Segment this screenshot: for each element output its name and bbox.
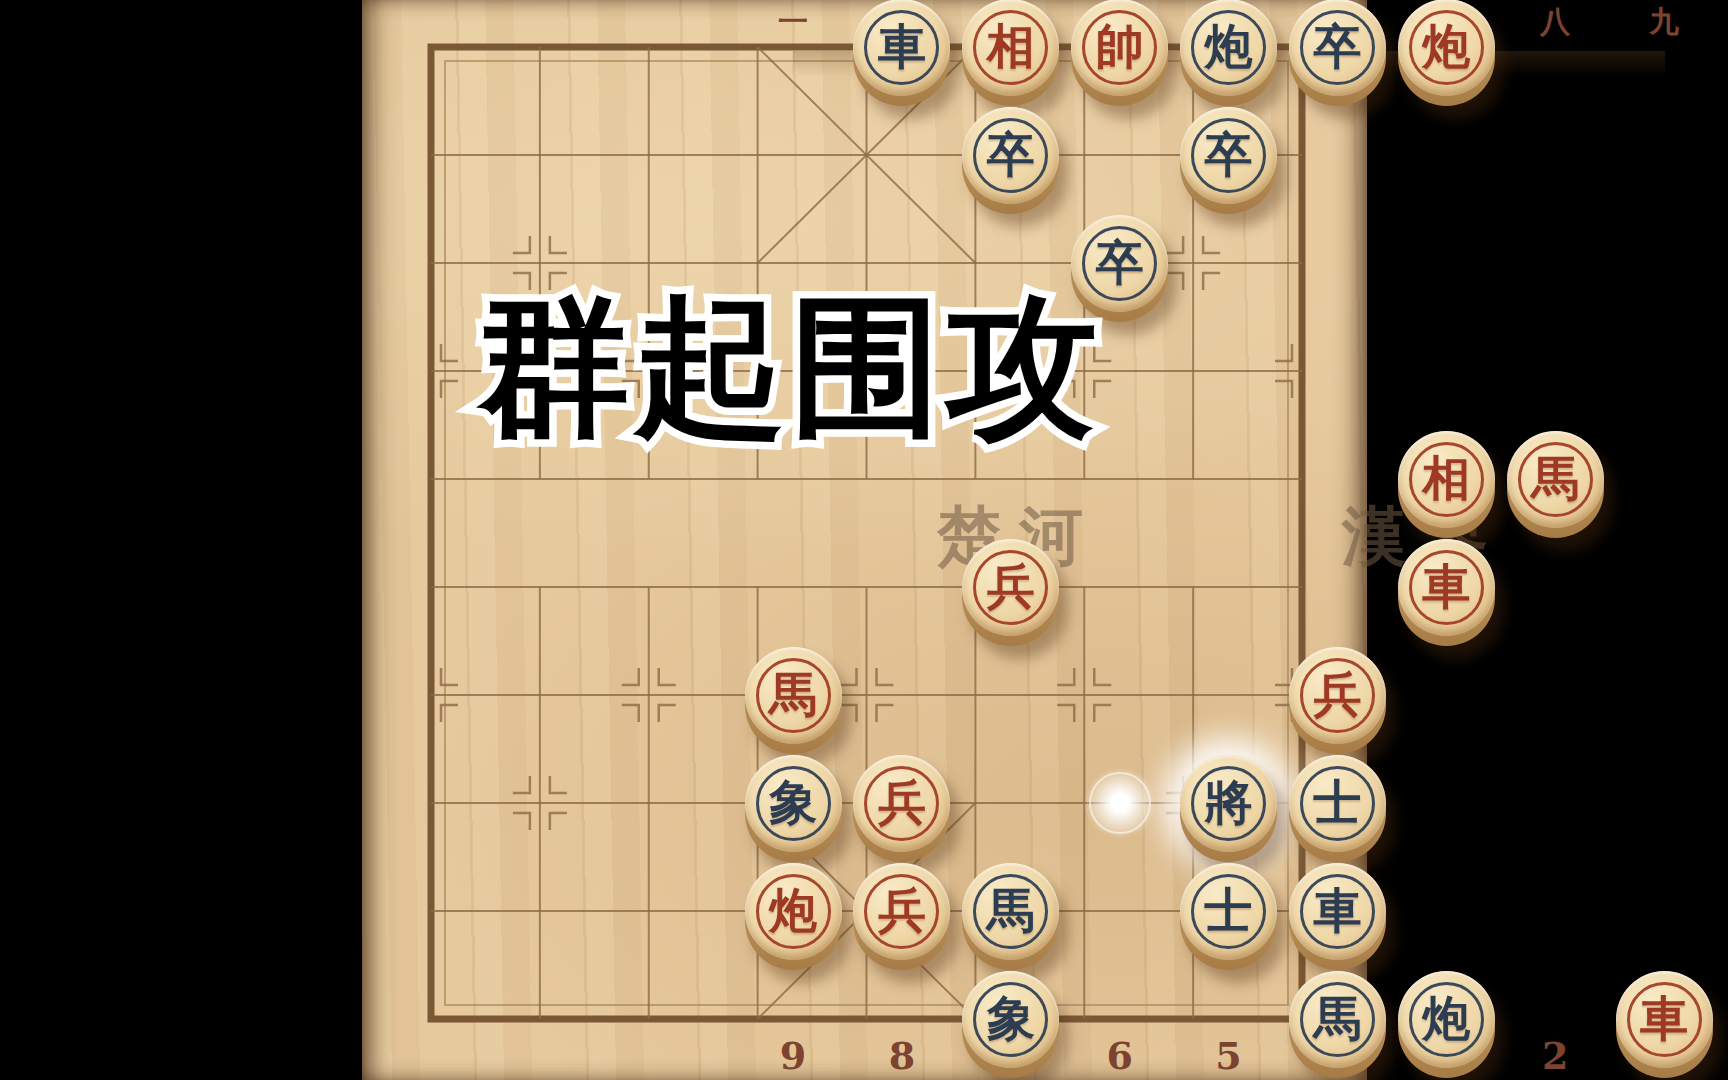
piece-glyph: 卒 [1289,0,1386,96]
piece-black-車[interactable]: 車 [1289,863,1386,960]
piece-red-兵[interactable]: 兵 [853,755,950,852]
screen: 楚河 漢界 一二三四五六七八九987654321 車相帥炮卒炮卒卒卒相馬兵車馬兵… [0,0,1728,1080]
piece-glyph: 車 [853,0,950,96]
piece-glyph: 帥 [1071,0,1168,96]
piece-glyph: 馬 [962,863,1059,960]
piece-glyph: 士 [1289,755,1386,852]
piece-black-士[interactable]: 士 [1289,755,1386,852]
piece-glyph: 卒 [962,107,1059,204]
piece-red-兵[interactable]: 兵 [853,863,950,960]
piece-glyph: 車 [1289,863,1386,960]
piece-glyph: 炮 [1180,0,1277,96]
piece-glyph: 車 [1398,539,1495,636]
xiangqi-board[interactable]: 楚河 漢界 一二三四五六七八九987654321 車相帥炮卒炮卒卒卒相馬兵車馬兵… [362,0,1367,1080]
piece-black-象[interactable]: 象 [962,971,1059,1068]
piece-red-兵[interactable]: 兵 [962,539,1059,636]
piece-glyph: 炮 [1398,0,1495,96]
piece-black-馬[interactable]: 馬 [1289,971,1386,1068]
file-label-top: 八 [1540,2,1570,43]
file-label-bottom: 5 [1215,1033,1241,1078]
piece-black-炮[interactable]: 炮 [1398,971,1495,1068]
piece-red-相[interactable]: 相 [1398,431,1495,528]
piece-red-帥[interactable]: 帥 [1071,0,1168,96]
piece-red-馬[interactable]: 馬 [1507,431,1604,528]
piece-glyph: 馬 [1507,431,1604,528]
piece-black-卒[interactable]: 卒 [1289,0,1386,96]
file-label-top: 一 [778,2,808,43]
piece-red-兵[interactable]: 兵 [1289,647,1386,744]
piece-glyph: 兵 [962,539,1059,636]
piece-glyph: 車 [1616,971,1713,1068]
file-label-top: 九 [1649,2,1679,43]
piece-black-車[interactable]: 車 [853,0,950,96]
piece-black-馬[interactable]: 馬 [962,863,1059,960]
piece-red-炮[interactable]: 炮 [1398,0,1495,96]
piece-glyph: 象 [962,971,1059,1068]
piece-glyph: 相 [962,0,1059,96]
piece-black-炮[interactable]: 炮 [1180,0,1277,96]
piece-black-將[interactable]: 將 [1180,755,1277,852]
piece-glyph: 象 [745,755,842,852]
piece-glyph: 炮 [1398,971,1495,1068]
piece-black-士[interactable]: 士 [1180,863,1277,960]
piece-glyph: 兵 [1289,647,1386,744]
piece-red-相[interactable]: 相 [962,0,1059,96]
piece-glyph: 相 [1398,431,1495,528]
piece-glyph: 兵 [853,755,950,852]
piece-glyph: 士 [1180,863,1277,960]
piece-glyph: 卒 [1180,107,1277,204]
piece-red-馬[interactable]: 馬 [745,647,842,744]
file-label-bottom: 9 [780,1033,806,1078]
file-label-bottom: 8 [889,1033,915,1078]
piece-red-炮[interactable]: 炮 [745,863,842,960]
piece-black-卒[interactable]: 卒 [962,107,1059,204]
last-move-marker [1075,758,1165,848]
piece-black-卒[interactable]: 卒 [1180,107,1277,204]
overlay-caption: 群起围攻 [478,266,1102,471]
piece-glyph: 馬 [1289,971,1386,1068]
piece-red-車[interactable]: 車 [1616,971,1713,1068]
piece-glyph: 將 [1180,755,1277,852]
piece-glyph: 炮 [745,863,842,960]
file-label-bottom: 2 [1542,1033,1568,1078]
piece-glyph: 兵 [853,863,950,960]
piece-glyph: 馬 [745,647,842,744]
piece-red-車[interactable]: 車 [1398,539,1495,636]
piece-black-象[interactable]: 象 [745,755,842,852]
file-label-bottom: 6 [1106,1033,1132,1078]
